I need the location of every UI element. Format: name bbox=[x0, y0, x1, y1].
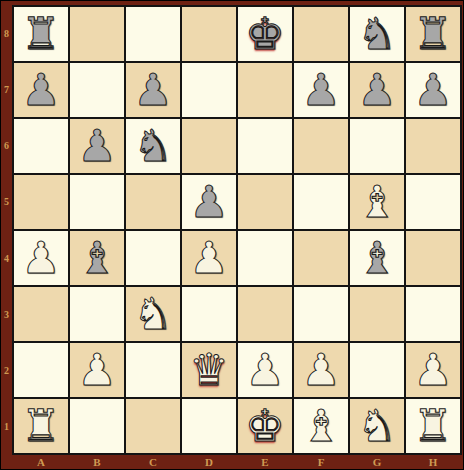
square-d2[interactable]: ♛ bbox=[182, 343, 236, 397]
white-pawn-piece: ♟ bbox=[413, 343, 452, 397]
black-pawn-piece: ♟ bbox=[133, 63, 172, 117]
chess-board: ♜♚♞♜♟♟♟♟♟♟♞♟♝♟♝♟♝♞♟♛♟♟♟♜♚♝♞♜ bbox=[12, 5, 462, 455]
square-f4[interactable] bbox=[294, 231, 348, 285]
file-label-h: H bbox=[406, 454, 460, 469]
square-d1[interactable] bbox=[182, 399, 236, 453]
rank-label-3: 3 bbox=[1, 286, 12, 342]
rank-label-8: 8 bbox=[1, 5, 12, 61]
square-d8[interactable] bbox=[182, 7, 236, 61]
square-h4[interactable] bbox=[406, 231, 460, 285]
square-e8[interactable]: ♚ bbox=[238, 7, 292, 61]
black-pawn-piece: ♟ bbox=[413, 63, 452, 117]
file-label-b: B bbox=[70, 454, 124, 469]
black-rook-piece: ♜ bbox=[21, 7, 60, 61]
black-pawn-piece: ♟ bbox=[77, 119, 116, 173]
square-g1[interactable]: ♞ bbox=[350, 399, 404, 453]
white-pawn-piece: ♟ bbox=[245, 343, 284, 397]
square-g8[interactable]: ♞ bbox=[350, 7, 404, 61]
black-pawn-piece: ♟ bbox=[301, 63, 340, 117]
black-bishop-piece: ♝ bbox=[77, 231, 116, 285]
square-e3[interactable] bbox=[238, 287, 292, 341]
white-queen-piece: ♛ bbox=[189, 343, 228, 397]
square-g3[interactable] bbox=[350, 287, 404, 341]
file-label-g: G bbox=[350, 454, 404, 469]
square-a1[interactable]: ♜ bbox=[14, 399, 68, 453]
square-b7[interactable] bbox=[70, 63, 124, 117]
square-h5[interactable] bbox=[406, 175, 460, 229]
square-b6[interactable]: ♟ bbox=[70, 119, 124, 173]
square-h3[interactable] bbox=[406, 287, 460, 341]
white-pawn-piece: ♟ bbox=[301, 343, 340, 397]
square-a3[interactable] bbox=[14, 287, 68, 341]
square-d5[interactable]: ♟ bbox=[182, 175, 236, 229]
file-label-e: E bbox=[238, 454, 292, 469]
square-g5[interactable]: ♝ bbox=[350, 175, 404, 229]
chess-board-frame: 87654321 ♜♚♞♜♟♟♟♟♟♟♞♟♝♟♝♟♝♞♟♛♟♟♟♜♚♝♞♜ AB… bbox=[0, 0, 464, 470]
black-pawn-piece: ♟ bbox=[189, 175, 228, 229]
square-f2[interactable]: ♟ bbox=[294, 343, 348, 397]
file-label-d: D bbox=[182, 454, 236, 469]
square-b3[interactable] bbox=[70, 287, 124, 341]
square-b5[interactable] bbox=[70, 175, 124, 229]
square-e4[interactable] bbox=[238, 231, 292, 285]
black-rook-piece: ♜ bbox=[413, 7, 452, 61]
square-f3[interactable] bbox=[294, 287, 348, 341]
square-g6[interactable] bbox=[350, 119, 404, 173]
file-label-c: C bbox=[126, 454, 180, 469]
square-c2[interactable] bbox=[126, 343, 180, 397]
white-pawn-piece: ♟ bbox=[189, 231, 228, 285]
black-king-piece: ♚ bbox=[245, 7, 284, 61]
square-e5[interactable] bbox=[238, 175, 292, 229]
square-d6[interactable] bbox=[182, 119, 236, 173]
square-c4[interactable] bbox=[126, 231, 180, 285]
rank-label-7: 7 bbox=[1, 61, 12, 117]
black-knight-piece: ♞ bbox=[357, 7, 396, 61]
file-label-f: F bbox=[294, 454, 348, 469]
square-f5[interactable] bbox=[294, 175, 348, 229]
square-a2[interactable] bbox=[14, 343, 68, 397]
square-d7[interactable] bbox=[182, 63, 236, 117]
black-pawn-piece: ♟ bbox=[357, 63, 396, 117]
square-h6[interactable] bbox=[406, 119, 460, 173]
square-b4[interactable]: ♝ bbox=[70, 231, 124, 285]
square-c7[interactable]: ♟ bbox=[126, 63, 180, 117]
square-e7[interactable] bbox=[238, 63, 292, 117]
white-king-piece: ♚ bbox=[245, 399, 284, 453]
square-c3[interactable]: ♞ bbox=[126, 287, 180, 341]
black-knight-piece: ♞ bbox=[133, 119, 172, 173]
square-a8[interactable]: ♜ bbox=[14, 7, 68, 61]
black-bishop-piece: ♝ bbox=[357, 231, 396, 285]
square-f8[interactable] bbox=[294, 7, 348, 61]
square-h2[interactable]: ♟ bbox=[406, 343, 460, 397]
square-h8[interactable]: ♜ bbox=[406, 7, 460, 61]
white-rook-piece: ♜ bbox=[413, 399, 452, 453]
square-b2[interactable]: ♟ bbox=[70, 343, 124, 397]
rank-label-6: 6 bbox=[1, 118, 12, 174]
square-e6[interactable] bbox=[238, 119, 292, 173]
square-h1[interactable]: ♜ bbox=[406, 399, 460, 453]
square-d4[interactable]: ♟ bbox=[182, 231, 236, 285]
file-label-a: A bbox=[14, 454, 68, 469]
square-c8[interactable] bbox=[126, 7, 180, 61]
rank-label-5: 5 bbox=[1, 174, 12, 230]
square-f1[interactable]: ♝ bbox=[294, 399, 348, 453]
black-pawn-piece: ♟ bbox=[21, 63, 60, 117]
square-g7[interactable]: ♟ bbox=[350, 63, 404, 117]
square-d3[interactable] bbox=[182, 287, 236, 341]
file-labels: ABCDEFGH bbox=[12, 454, 462, 469]
rank-label-4: 4 bbox=[1, 230, 12, 286]
square-f6[interactable] bbox=[294, 119, 348, 173]
rank-label-2: 2 bbox=[1, 343, 12, 399]
square-e2[interactable]: ♟ bbox=[238, 343, 292, 397]
square-b1[interactable] bbox=[70, 399, 124, 453]
square-f7[interactable]: ♟ bbox=[294, 63, 348, 117]
square-c6[interactable]: ♞ bbox=[126, 119, 180, 173]
square-a4[interactable]: ♟ bbox=[14, 231, 68, 285]
rank-labels: 87654321 bbox=[1, 5, 12, 455]
square-g4[interactable]: ♝ bbox=[350, 231, 404, 285]
white-rook-piece: ♜ bbox=[21, 399, 60, 453]
square-a6[interactable] bbox=[14, 119, 68, 173]
rank-label-1: 1 bbox=[1, 399, 12, 455]
white-knight-piece: ♞ bbox=[133, 287, 172, 341]
white-bishop-piece: ♝ bbox=[301, 399, 340, 453]
square-a7[interactable]: ♟ bbox=[14, 63, 68, 117]
square-c1[interactable] bbox=[126, 399, 180, 453]
square-e1[interactable]: ♚ bbox=[238, 399, 292, 453]
square-h7[interactable]: ♟ bbox=[406, 63, 460, 117]
square-a5[interactable] bbox=[14, 175, 68, 229]
square-c5[interactable] bbox=[126, 175, 180, 229]
white-bishop-piece: ♝ bbox=[357, 175, 396, 229]
square-b8[interactable] bbox=[70, 7, 124, 61]
white-pawn-piece: ♟ bbox=[21, 231, 60, 285]
square-g2[interactable] bbox=[350, 343, 404, 397]
white-knight-piece: ♞ bbox=[357, 399, 396, 453]
white-pawn-piece: ♟ bbox=[77, 343, 116, 397]
